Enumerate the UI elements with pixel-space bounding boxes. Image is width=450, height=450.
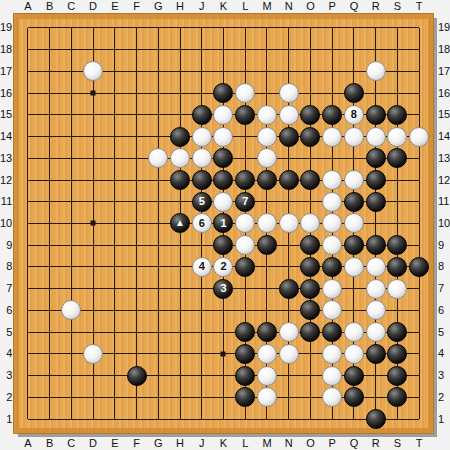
stone-black-Q3[interactable] [344,366,364,386]
intersection-D19[interactable] [82,17,104,39]
intersection-J18[interactable] [191,39,213,61]
stone-black-H12[interactable] [170,170,190,190]
intersection-C12[interactable] [60,169,82,191]
stone-black-O14[interactable] [300,127,320,147]
intersection-K7[interactable]: 3 [213,278,235,300]
stone-white-H13[interactable] [170,148,190,168]
intersection-K4[interactable] [213,343,235,365]
intersection-T1[interactable] [408,408,430,430]
intersection-E1[interactable] [104,408,126,430]
intersection-R13[interactable] [365,147,387,169]
intersection-G9[interactable] [147,234,169,256]
intersection-E14[interactable] [104,126,126,148]
intersection-O4[interactable] [300,343,322,365]
stone-black-R11[interactable] [366,192,386,212]
intersection-L18[interactable] [234,39,256,61]
intersection-H3[interactable] [169,365,191,387]
intersection-K8[interactable]: 2 [213,256,235,278]
intersection-K10[interactable]: 1 [213,213,235,235]
intersection-F3[interactable] [126,365,148,387]
stone-black-S15[interactable] [387,105,407,125]
stone-white-R8[interactable] [366,257,386,277]
intersection-S19[interactable] [387,17,409,39]
intersection-D18[interactable] [82,39,104,61]
intersection-F18[interactable] [126,39,148,61]
stone-black-M5[interactable] [257,322,277,342]
stone-white-Q14[interactable] [344,127,364,147]
stone-white-L10[interactable] [235,213,255,233]
intersection-S14[interactable] [387,126,409,148]
intersection-D16[interactable] [82,82,104,104]
intersection-O19[interactable] [300,17,322,39]
intersection-P13[interactable] [321,147,343,169]
intersection-F6[interactable] [126,300,148,322]
stone-white-M4[interactable] [257,344,277,364]
intersection-B2[interactable] [39,387,61,409]
intersection-P18[interactable] [321,39,343,61]
intersection-M16[interactable] [256,82,278,104]
intersection-F11[interactable] [126,191,148,213]
intersection-Q4[interactable] [343,343,365,365]
intersection-Q12[interactable] [343,169,365,191]
stone-white-Q5[interactable] [344,322,364,342]
intersection-R2[interactable] [365,387,387,409]
intersection-B10[interactable] [39,213,61,235]
intersection-B7[interactable] [39,278,61,300]
stone-black-M9[interactable] [257,235,277,255]
intersection-S6[interactable] [387,300,409,322]
intersection-E15[interactable] [104,104,126,126]
intersection-P6[interactable] [321,300,343,322]
intersection-S11[interactable] [387,191,409,213]
stone-white-M13[interactable] [257,148,277,168]
intersection-A9[interactable] [17,234,39,256]
intersection-S12[interactable] [387,169,409,191]
intersection-A12[interactable] [17,169,39,191]
intersection-C11[interactable] [60,191,82,213]
intersection-S5[interactable] [387,321,409,343]
intersection-J14[interactable] [191,126,213,148]
intersection-Q16[interactable] [343,82,365,104]
intersection-B14[interactable] [39,126,61,148]
intersection-R6[interactable] [365,300,387,322]
intersection-M3[interactable] [256,365,278,387]
intersection-F4[interactable] [126,343,148,365]
intersection-P15[interactable] [321,104,343,126]
intersection-J13[interactable] [191,147,213,169]
intersection-E10[interactable] [104,213,126,235]
intersection-K17[interactable] [213,60,235,82]
stone-white-L9[interactable] [235,235,255,255]
intersection-A5[interactable] [17,321,39,343]
stone-black-R15[interactable] [366,105,386,125]
intersection-B9[interactable] [39,234,61,256]
intersection-T10[interactable] [408,213,430,235]
stone-black-H10[interactable]: ▲ [170,213,190,233]
intersection-R11[interactable] [365,191,387,213]
intersection-S16[interactable] [387,82,409,104]
intersection-T6[interactable] [408,300,430,322]
intersection-B6[interactable] [39,300,61,322]
stone-white-M2[interactable] [257,387,277,407]
stone-white-R14[interactable] [366,127,386,147]
intersection-Q3[interactable] [343,365,365,387]
intersection-H5[interactable] [169,321,191,343]
intersection-D15[interactable] [82,104,104,126]
stone-white-Q8[interactable] [344,257,364,277]
stone-black-J11[interactable]: 5 [192,192,212,212]
intersection-G8[interactable] [147,256,169,278]
intersection-H11[interactable] [169,191,191,213]
intersection-B1[interactable] [39,408,61,430]
intersection-C4[interactable] [60,343,82,365]
intersection-C9[interactable] [60,234,82,256]
intersection-M10[interactable] [256,213,278,235]
intersection-C15[interactable] [60,104,82,126]
intersection-A13[interactable] [17,147,39,169]
intersection-G18[interactable] [147,39,169,61]
intersection-T8[interactable] [408,256,430,278]
intersection-J15[interactable] [191,104,213,126]
stone-black-L15[interactable] [235,105,255,125]
intersection-J9[interactable] [191,234,213,256]
stone-black-O12[interactable] [300,170,320,190]
intersection-T9[interactable] [408,234,430,256]
intersection-L15[interactable] [234,104,256,126]
intersection-K5[interactable] [213,321,235,343]
intersection-T5[interactable] [408,321,430,343]
intersection-N2[interactable] [278,387,300,409]
intersection-D3[interactable] [82,365,104,387]
stone-black-K13[interactable] [213,148,233,168]
intersection-E11[interactable] [104,191,126,213]
intersection-F5[interactable] [126,321,148,343]
intersection-C13[interactable] [60,147,82,169]
intersection-Q10[interactable] [343,213,365,235]
intersection-D9[interactable] [82,234,104,256]
intersection-R18[interactable] [365,39,387,61]
stone-white-P10[interactable] [322,213,342,233]
intersection-H19[interactable] [169,17,191,39]
intersection-S9[interactable] [387,234,409,256]
intersection-N4[interactable] [278,343,300,365]
intersection-P12[interactable] [321,169,343,191]
stone-black-S3[interactable] [387,366,407,386]
intersection-D7[interactable] [82,278,104,300]
intersection-S4[interactable] [387,343,409,365]
intersection-A3[interactable] [17,365,39,387]
intersection-O17[interactable] [300,60,322,82]
intersection-N7[interactable] [278,278,300,300]
stone-white-N4[interactable] [279,344,299,364]
stone-white-M14[interactable] [257,127,277,147]
stone-white-P2[interactable] [322,387,342,407]
intersection-M9[interactable] [256,234,278,256]
intersection-D13[interactable] [82,147,104,169]
intersection-C6[interactable] [60,300,82,322]
intersection-A15[interactable] [17,104,39,126]
intersection-G12[interactable] [147,169,169,191]
intersection-E9[interactable] [104,234,126,256]
intersection-O5[interactable] [300,321,322,343]
intersection-L16[interactable] [234,82,256,104]
intersection-D10[interactable] [82,213,104,235]
intersection-P5[interactable] [321,321,343,343]
stone-white-P14[interactable] [322,127,342,147]
intersection-N6[interactable] [278,300,300,322]
intersection-M17[interactable] [256,60,278,82]
intersection-F8[interactable] [126,256,148,278]
intersection-G4[interactable] [147,343,169,365]
intersection-R17[interactable] [365,60,387,82]
stone-black-Q16[interactable] [344,83,364,103]
intersection-J2[interactable] [191,387,213,409]
intersection-E6[interactable] [104,300,126,322]
intersection-J6[interactable] [191,300,213,322]
intersection-P8[interactable] [321,256,343,278]
stone-black-P15[interactable] [322,105,342,125]
intersection-M5[interactable] [256,321,278,343]
intersection-G19[interactable] [147,17,169,39]
intersection-S18[interactable] [387,39,409,61]
intersection-Q6[interactable] [343,300,365,322]
intersection-G1[interactable] [147,408,169,430]
intersection-L17[interactable] [234,60,256,82]
intersection-N13[interactable] [278,147,300,169]
intersection-J7[interactable] [191,278,213,300]
stone-black-S5[interactable] [387,322,407,342]
intersection-A17[interactable] [17,60,39,82]
stone-black-L4[interactable] [235,344,255,364]
intersection-D6[interactable] [82,300,104,322]
intersection-G5[interactable] [147,321,169,343]
stone-white-J10[interactable]: 6 [192,213,212,233]
intersection-M6[interactable] [256,300,278,322]
intersection-L8[interactable] [234,256,256,278]
stone-white-R5[interactable] [366,322,386,342]
stone-black-O15[interactable] [300,105,320,125]
intersection-O1[interactable] [300,408,322,430]
stone-white-K14[interactable] [213,127,233,147]
intersection-R3[interactable] [365,365,387,387]
intersection-O11[interactable] [300,191,322,213]
stone-black-J12[interactable] [192,170,212,190]
intersection-J17[interactable] [191,60,213,82]
intersection-N14[interactable] [278,126,300,148]
intersection-R19[interactable] [365,17,387,39]
intersection-J11[interactable]: 5 [191,191,213,213]
intersection-T11[interactable] [408,191,430,213]
stone-black-S9[interactable] [387,235,407,255]
intersection-G7[interactable] [147,278,169,300]
intersection-E17[interactable] [104,60,126,82]
stone-white-P3[interactable] [322,366,342,386]
intersection-E7[interactable] [104,278,126,300]
stone-white-G13[interactable] [148,148,168,168]
intersection-J5[interactable] [191,321,213,343]
intersection-K16[interactable] [213,82,235,104]
intersection-Q17[interactable] [343,60,365,82]
intersection-B18[interactable] [39,39,61,61]
intersection-J12[interactable] [191,169,213,191]
intersection-F13[interactable] [126,147,148,169]
intersection-L14[interactable] [234,126,256,148]
intersection-B15[interactable] [39,104,61,126]
intersection-N19[interactable] [278,17,300,39]
intersection-B11[interactable] [39,191,61,213]
intersection-O9[interactable] [300,234,322,256]
intersection-E4[interactable] [104,343,126,365]
stone-white-R17[interactable] [366,61,386,81]
intersection-P1[interactable] [321,408,343,430]
intersection-K1[interactable] [213,408,235,430]
intersection-G16[interactable] [147,82,169,104]
intersection-K18[interactable] [213,39,235,61]
stone-black-N7[interactable] [279,279,299,299]
stone-white-M10[interactable] [257,213,277,233]
stone-white-T14[interactable] [409,127,429,147]
intersection-C1[interactable] [60,408,82,430]
intersection-O10[interactable] [300,213,322,235]
stone-white-Q15[interactable]: 8 [344,105,364,125]
intersection-H2[interactable] [169,387,191,409]
intersection-K12[interactable] [213,169,235,191]
stone-white-J8[interactable]: 4 [192,257,212,277]
intersection-E5[interactable] [104,321,126,343]
stone-black-L11[interactable]: 7 [235,192,255,212]
stone-white-P11[interactable] [322,192,342,212]
stone-black-O6[interactable] [300,300,320,320]
stone-white-Q10[interactable] [344,213,364,233]
intersection-D2[interactable] [82,387,104,409]
intersection-D12[interactable] [82,169,104,191]
intersection-P7[interactable] [321,278,343,300]
intersection-Q7[interactable] [343,278,365,300]
stone-black-P5[interactable] [322,322,342,342]
intersection-T2[interactable] [408,387,430,409]
intersection-G11[interactable] [147,191,169,213]
intersection-Q19[interactable] [343,17,365,39]
stone-white-M15[interactable] [257,105,277,125]
stone-black-L8[interactable] [235,257,255,277]
stone-white-N10[interactable] [279,213,299,233]
intersection-M15[interactable] [256,104,278,126]
intersection-K13[interactable] [213,147,235,169]
intersection-C2[interactable] [60,387,82,409]
intersection-P9[interactable] [321,234,343,256]
intersection-H8[interactable] [169,256,191,278]
intersection-J10[interactable]: 6 [191,213,213,235]
stone-black-K10[interactable]: 1 [213,213,233,233]
intersection-K6[interactable] [213,300,235,322]
intersection-R10[interactable] [365,213,387,235]
stone-white-S14[interactable] [387,127,407,147]
intersection-O18[interactable] [300,39,322,61]
intersection-P3[interactable] [321,365,343,387]
stone-black-H14[interactable] [170,127,190,147]
intersection-H6[interactable] [169,300,191,322]
stone-white-N5[interactable] [279,322,299,342]
intersection-D8[interactable] [82,256,104,278]
intersection-B13[interactable] [39,147,61,169]
intersection-P4[interactable] [321,343,343,365]
intersection-K19[interactable] [213,17,235,39]
intersection-T3[interactable] [408,365,430,387]
intersection-H13[interactable] [169,147,191,169]
intersection-L5[interactable] [234,321,256,343]
intersection-N3[interactable] [278,365,300,387]
stone-black-S4[interactable] [387,344,407,364]
intersection-Q11[interactable] [343,191,365,213]
intersection-O12[interactable] [300,169,322,191]
stone-black-N14[interactable] [279,127,299,147]
intersection-E12[interactable] [104,169,126,191]
intersection-T16[interactable] [408,82,430,104]
intersection-S10[interactable] [387,213,409,235]
intersection-N15[interactable] [278,104,300,126]
intersection-P2[interactable] [321,387,343,409]
intersection-D4[interactable] [82,343,104,365]
stone-white-L16[interactable] [235,83,255,103]
stone-black-L5[interactable] [235,322,255,342]
intersection-C8[interactable] [60,256,82,278]
intersection-H16[interactable] [169,82,191,104]
stone-black-K9[interactable] [213,235,233,255]
intersection-S7[interactable] [387,278,409,300]
stone-white-J13[interactable] [192,148,212,168]
intersection-F19[interactable] [126,17,148,39]
intersection-L1[interactable] [234,408,256,430]
stone-black-R9[interactable] [366,235,386,255]
intersection-K14[interactable] [213,126,235,148]
stone-white-K11[interactable] [213,192,233,212]
intersection-G13[interactable] [147,147,169,169]
intersection-N1[interactable] [278,408,300,430]
intersection-P10[interactable] [321,213,343,235]
intersection-N16[interactable] [278,82,300,104]
stone-black-T8[interactable] [409,257,429,277]
intersection-O13[interactable] [300,147,322,169]
intersection-P19[interactable] [321,17,343,39]
intersection-H15[interactable] [169,104,191,126]
intersection-B12[interactable] [39,169,61,191]
intersection-F1[interactable] [126,408,148,430]
intersection-R4[interactable] [365,343,387,365]
intersection-B8[interactable] [39,256,61,278]
stone-white-P6[interactable] [322,300,342,320]
intersection-B19[interactable] [39,17,61,39]
intersection-R5[interactable] [365,321,387,343]
intersection-S13[interactable] [387,147,409,169]
intersection-A8[interactable] [17,256,39,278]
intersection-N18[interactable] [278,39,300,61]
intersection-C17[interactable] [60,60,82,82]
intersection-R8[interactable] [365,256,387,278]
intersection-H17[interactable] [169,60,191,82]
intersection-A1[interactable] [17,408,39,430]
intersection-L12[interactable] [234,169,256,191]
intersection-D14[interactable] [82,126,104,148]
intersection-N11[interactable] [278,191,300,213]
intersection-J1[interactable] [191,408,213,430]
intersection-F2[interactable] [126,387,148,409]
intersection-A18[interactable] [17,39,39,61]
intersection-T17[interactable] [408,60,430,82]
intersection-B3[interactable] [39,365,61,387]
intersection-L9[interactable] [234,234,256,256]
intersection-S8[interactable] [387,256,409,278]
stone-black-N12[interactable] [279,170,299,190]
